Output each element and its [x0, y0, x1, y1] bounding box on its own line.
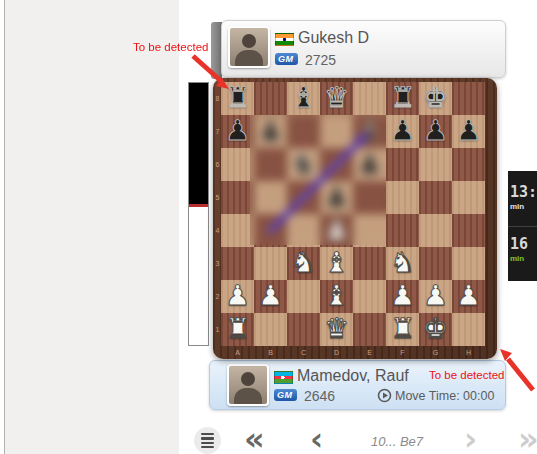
chess-board: 87654321 ♜♝♛♜♚♟♟♝♟♟♟♞♟♟♟♞♝♞♟♟♝♟♟♟♜♛♜♚ AB… [213, 78, 497, 359]
avatar-silhouette [242, 34, 256, 48]
evaluation-bar [188, 82, 209, 346]
avatar [228, 26, 270, 68]
india-flag-icon [275, 33, 294, 46]
menu-button[interactable] [194, 427, 221, 454]
bottom-gm-badge: GM [274, 389, 297, 401]
file-label-h: H [452, 347, 485, 358]
broadcast-viewer: Gukesh D GM 2725 87654321 ♜♝♛♜♚♟♟♝♟♟♟♞♟♟… [0, 0, 537, 454]
top-player-rating: 2725 [305, 52, 336, 68]
top-player-card: Gukesh D GM 2725 [221, 20, 506, 78]
rank-label-1: 1 [214, 313, 221, 346]
bottom-clock: 16 min [508, 226, 537, 278]
rank-label-8: 8 [214, 82, 221, 115]
clock-panel: 13: min 16 min [508, 171, 537, 281]
bottom-player-name: Mamedov, Rauf [297, 367, 409, 385]
rank-label-2: 2 [214, 280, 221, 313]
left-side-panel [4, 0, 179, 454]
file-label-g: G [419, 347, 452, 358]
top-player-name: Gukesh D [298, 29, 369, 47]
top-clock: 13: min [508, 171, 537, 226]
rank-label-4: 4 [214, 214, 221, 247]
bottom-clock-time: 16 [510, 235, 537, 253]
blur-overlay [250, 115, 386, 245]
top-clock-unit: min [510, 202, 537, 211]
top-clock-time: 13: [510, 183, 537, 201]
first-move-button[interactable]: « [244, 419, 265, 454]
file-labels: ABCDEFGH [221, 347, 485, 358]
rank-labels: 87654321 [214, 82, 221, 346]
bottom-player-card: Mamedov, Rauf To be detected GM 2646 Mov… [209, 360, 506, 410]
file-label-b: B [254, 347, 287, 358]
file-label-d: D [320, 347, 353, 358]
eval-black-section [189, 83, 208, 204]
top-gm-badge: GM [275, 53, 298, 65]
to-be-detected-label-bottom: To be detected [429, 369, 504, 381]
file-label-f: F [386, 347, 419, 358]
next-move-button[interactable]: › [464, 419, 477, 454]
rank-label-7: 7 [214, 115, 221, 148]
avatar [227, 364, 269, 406]
current-move-label: 10... Be7 [352, 434, 442, 449]
menu-icon [201, 433, 214, 435]
move-time-icon [377, 388, 392, 403]
move-time-label: Move Time: 00:00 [395, 389, 494, 403]
rank-label-3: 3 [214, 247, 221, 280]
last-move-button[interactable]: » [518, 419, 537, 454]
file-label-e: E [353, 347, 386, 358]
bottom-player-rating: 2646 [304, 388, 335, 404]
bottom-clock-unit: min [510, 254, 537, 263]
rank-label-6: 6 [214, 148, 221, 181]
to-be-detected-label-top: To be detected [133, 41, 208, 53]
rank-label-5: 5 [214, 181, 221, 214]
avatar-silhouette [241, 372, 255, 386]
previous-move-button[interactable]: ‹ [310, 419, 323, 454]
eval-center-marker [189, 204, 208, 207]
file-label-a: A [221, 347, 254, 358]
azerbaijan-flag-icon [274, 371, 293, 384]
move-navigation-bar: « ‹ 10... Be7 › » [0, 426, 537, 454]
file-label-c: C [287, 347, 320, 358]
